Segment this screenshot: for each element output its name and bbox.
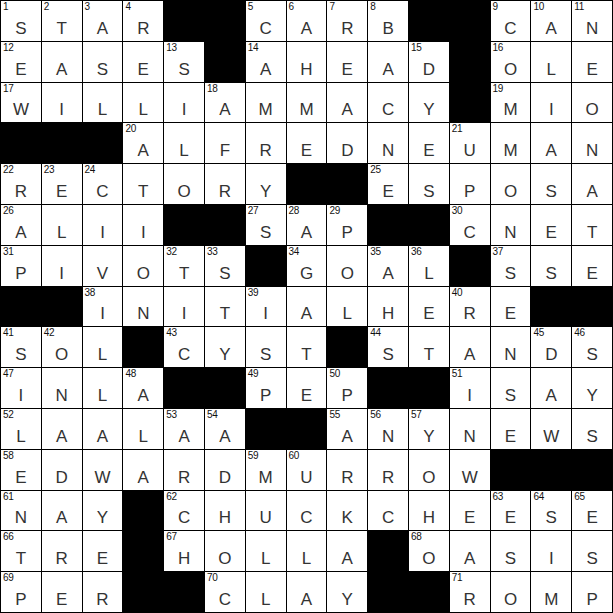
letter-cell[interactable]: A <box>450 531 490 571</box>
cell-letter: S <box>409 183 449 200</box>
clue-number: 41 <box>3 327 14 339</box>
clue-number: 36 <box>411 246 422 258</box>
letter-cell[interactable]: 6A <box>287 1 327 41</box>
cell-letter: A <box>287 224 327 241</box>
letter-cell[interactable]: E <box>42 572 82 612</box>
letter-cell[interactable]: R <box>368 450 408 490</box>
cell-letter: S <box>531 183 571 200</box>
letter-cell[interactable]: O <box>164 164 204 204</box>
clue-number: 66 <box>3 531 14 543</box>
clue-number: 4 <box>125 1 130 13</box>
clue-number: 63 <box>493 491 504 503</box>
letter-cell[interactable]: 57Y <box>409 409 449 449</box>
letter-cell[interactable]: O <box>123 246 163 286</box>
cell-letter: V <box>83 265 123 282</box>
letter-cell[interactable]: V <box>83 246 123 286</box>
letter-cell[interactable]: N <box>491 327 531 367</box>
cell-letter: T <box>205 305 245 322</box>
cell-letter: S <box>572 550 612 567</box>
letter-cell[interactable]: 35A <box>368 246 408 286</box>
cell-letter: E <box>287 142 327 159</box>
letter-cell[interactable]: 45D <box>531 327 571 367</box>
letter-cell[interactable]: O <box>409 450 449 490</box>
letter-cell[interactable]: 29P <box>327 205 367 245</box>
cell-letter: W <box>1 101 41 118</box>
black-cell <box>205 368 245 408</box>
letter-cell[interactable]: 10A <box>531 1 571 41</box>
cell-letter: Y <box>83 509 123 526</box>
clue-number: 67 <box>166 531 177 543</box>
letter-cell[interactable]: 46S <box>572 327 612 367</box>
letter-cell[interactable]: O <box>327 246 367 286</box>
letter-cell[interactable]: T <box>409 327 449 367</box>
letter-cell[interactable]: D <box>205 450 245 490</box>
letter-cell[interactable]: A <box>450 327 490 367</box>
letter-cell[interactable]: E <box>327 42 367 82</box>
letter-cell[interactable]: S <box>531 164 571 204</box>
letter-cell[interactable]: 24C <box>83 164 123 204</box>
letter-cell[interactable]: 18A <box>205 83 245 123</box>
letter-cell[interactable]: E <box>287 368 327 408</box>
letter-cell[interactable]: 8B <box>368 1 408 41</box>
cell-letter: E <box>531 224 571 241</box>
letter-cell[interactable]: 48A <box>123 368 163 408</box>
letter-cell[interactable]: E <box>572 42 612 82</box>
cell-letter: A <box>164 428 204 445</box>
letter-cell[interactable]: M <box>491 123 531 163</box>
letter-cell[interactable]: Y <box>83 491 123 531</box>
letter-cell[interactable]: 69P <box>1 572 41 612</box>
letter-cell[interactable]: 31P <box>1 246 41 286</box>
clue-number: 32 <box>166 246 177 258</box>
letter-cell[interactable]: 41S <box>1 327 41 367</box>
letter-cell[interactable]: 27S <box>246 205 286 245</box>
letter-cell[interactable]: 19M <box>491 83 531 123</box>
letter-cell[interactable]: O <box>205 531 245 571</box>
letter-cell[interactable]: L <box>83 368 123 408</box>
letter-cell[interactable]: P <box>450 164 490 204</box>
letter-cell[interactable]: 11N <box>572 1 612 41</box>
letter-cell[interactable]: E <box>491 287 531 327</box>
letter-cell[interactable]: S <box>572 409 612 449</box>
letter-cell[interactable]: 43C <box>164 327 204 367</box>
letter-cell[interactable]: 63E <box>491 491 531 531</box>
clue-number: 17 <box>3 83 14 95</box>
cell-letter: U <box>450 142 490 159</box>
letter-cell[interactable]: I <box>83 205 123 245</box>
letter-cell[interactable]: 67H <box>164 531 204 571</box>
cell-letter: P <box>246 387 286 404</box>
letter-cell[interactable]: A <box>327 531 367 571</box>
letter-cell[interactable]: C <box>287 491 327 531</box>
letter-cell[interactable]: 28A <box>287 205 327 245</box>
cell-letter: A <box>42 61 82 78</box>
cell-letter: O <box>491 183 531 200</box>
cell-letter: T <box>287 346 327 363</box>
black-cell <box>164 1 204 41</box>
cell-letter: Y <box>327 591 367 608</box>
black-cell <box>205 205 245 245</box>
cell-letter: P <box>1 265 41 282</box>
clue-number: 60 <box>289 450 300 462</box>
letter-cell[interactable]: M <box>287 83 327 123</box>
letter-cell[interactable]: R <box>164 450 204 490</box>
clue-number: 24 <box>85 164 96 176</box>
letter-cell[interactable]: E <box>83 531 123 571</box>
letter-cell[interactable]: Y <box>327 572 367 612</box>
clue-number: 23 <box>44 164 55 176</box>
cell-letter: M <box>491 142 531 159</box>
clue-number: 8 <box>370 1 375 13</box>
letter-cell[interactable]: U <box>246 491 286 531</box>
black-cell <box>123 531 163 571</box>
black-cell <box>491 450 531 490</box>
letter-cell[interactable]: E <box>409 123 449 163</box>
letter-cell[interactable]: H <box>287 42 327 82</box>
letter-cell[interactable]: 53A <box>164 409 204 449</box>
letter-cell[interactable]: 20A <box>123 123 163 163</box>
clue-number: 49 <box>248 368 259 380</box>
letter-cell[interactable]: 54A <box>205 409 245 449</box>
cell-letter: D <box>42 469 82 486</box>
letter-cell[interactable]: A <box>531 123 571 163</box>
black-cell <box>450 1 490 41</box>
letter-cell[interactable]: 68O <box>409 531 449 571</box>
black-cell <box>450 246 490 286</box>
cell-letter: L <box>409 265 449 282</box>
cell-letter: N <box>450 428 490 445</box>
cell-letter: C <box>246 20 286 37</box>
letter-cell[interactable]: 23E <box>42 164 82 204</box>
letter-cell[interactable]: W <box>450 450 490 490</box>
letter-cell[interactable]: C <box>368 83 408 123</box>
letter-cell[interactable]: 62C <box>164 491 204 531</box>
letter-cell[interactable]: 71R <box>450 572 490 612</box>
letter-cell[interactable]: 3A <box>83 1 123 41</box>
cell-letter: I <box>42 265 82 282</box>
cell-letter: A <box>368 61 408 78</box>
cell-letter: S <box>205 265 245 282</box>
letter-cell[interactable]: 7R <box>327 1 367 41</box>
clue-number: 2 <box>44 1 49 13</box>
cell-letter: U <box>287 469 327 486</box>
cell-letter: D <box>531 346 571 363</box>
clue-number: 15 <box>411 42 422 54</box>
cell-letter: T <box>572 224 612 241</box>
letter-cell[interactable]: T <box>572 205 612 245</box>
letter-cell[interactable]: W <box>83 450 123 490</box>
letter-cell[interactable]: K <box>327 491 367 531</box>
cell-letter: C <box>164 346 204 363</box>
letter-cell[interactable]: E <box>409 287 449 327</box>
letter-cell[interactable]: E <box>450 491 490 531</box>
letter-cell[interactable]: 61N <box>1 491 41 531</box>
letter-cell[interactable]: 52L <box>1 409 41 449</box>
clue-number: 57 <box>411 409 422 421</box>
clue-number: 34 <box>289 246 300 258</box>
letter-cell[interactable]: I <box>531 531 571 571</box>
letter-cell[interactable]: A <box>83 409 123 449</box>
letter-cell[interactable]: P <box>572 572 612 612</box>
cell-letter: A <box>572 183 612 200</box>
letter-cell[interactable]: 59M <box>246 450 286 490</box>
clue-number: 16 <box>493 42 504 54</box>
letter-cell[interactable]: 12E <box>1 42 41 82</box>
letter-cell[interactable]: L <box>531 42 571 82</box>
cell-letter: I <box>450 387 490 404</box>
black-cell <box>123 491 163 531</box>
letter-cell[interactable]: L <box>287 531 327 571</box>
letter-cell[interactable]: 9C <box>491 1 531 41</box>
letter-cell[interactable]: R <box>205 164 245 204</box>
cell-letter: L <box>83 387 123 404</box>
letter-cell[interactable]: W <box>531 409 571 449</box>
crossword-board: 1S2T3A4R5C6A7R8B9C10A11N12EASE13S14AHEA1… <box>0 0 613 613</box>
letter-cell[interactable]: Y <box>205 327 245 367</box>
letter-cell[interactable]: 60U <box>287 450 327 490</box>
black-cell <box>164 205 204 245</box>
letter-cell[interactable]: 26A <box>1 205 41 245</box>
letter-cell[interactable]: S <box>572 531 612 571</box>
cell-letter: A <box>83 20 123 37</box>
letter-cell[interactable]: T <box>287 327 327 367</box>
cell-letter: S <box>491 265 531 282</box>
letter-cell[interactable]: 42O <box>42 327 82 367</box>
letter-cell[interactable]: S <box>491 531 531 571</box>
clue-number: 33 <box>207 246 218 258</box>
letter-cell[interactable]: L <box>123 83 163 123</box>
letter-cell[interactable]: T <box>123 164 163 204</box>
cell-letter: L <box>123 428 163 445</box>
cell-letter: I <box>164 101 204 118</box>
letter-cell[interactable]: A <box>287 572 327 612</box>
cell-letter: U <box>246 509 286 526</box>
clue-number: 37 <box>493 246 504 258</box>
letter-cell[interactable]: 22R <box>1 164 41 204</box>
cell-letter: Y <box>246 183 286 200</box>
letter-cell[interactable]: 13S <box>164 42 204 82</box>
letter-cell[interactable]: 5C <box>246 1 286 41</box>
letter-cell[interactable]: M <box>246 83 286 123</box>
clue-number: 31 <box>3 246 14 258</box>
cell-letter: R <box>246 142 286 159</box>
cell-letter: I <box>123 224 163 241</box>
cell-letter: O <box>409 550 449 567</box>
cell-letter: L <box>123 101 163 118</box>
letter-cell[interactable]: N <box>123 287 163 327</box>
letter-cell[interactable]: L <box>246 531 286 571</box>
cell-letter: N <box>42 387 82 404</box>
letter-cell[interactable]: A <box>42 42 82 82</box>
letter-cell[interactable]: H <box>409 491 449 531</box>
letter-cell[interactable]: I <box>164 287 204 327</box>
letter-cell[interactable]: A <box>368 42 408 82</box>
letter-cell[interactable]: I <box>531 83 571 123</box>
letter-cell[interactable]: 39I <box>246 287 286 327</box>
clue-number: 6 <box>289 1 294 13</box>
letter-cell[interactable]: 38I <box>83 287 123 327</box>
letter-cell[interactable]: 56N <box>368 409 408 449</box>
letter-cell[interactable]: 37S <box>491 246 531 286</box>
letter-cell[interactable]: H <box>205 491 245 531</box>
letter-cell[interactable]: 32T <box>164 246 204 286</box>
cell-letter: O <box>491 591 531 608</box>
letter-cell[interactable]: 65E <box>572 491 612 531</box>
letter-cell[interactable]: F <box>205 123 245 163</box>
letter-cell[interactable]: N <box>450 409 490 449</box>
clue-number: 35 <box>370 246 381 258</box>
letter-cell[interactable]: 21U <box>450 123 490 163</box>
black-cell <box>164 368 204 408</box>
letter-cell[interactable]: Y <box>409 83 449 123</box>
letter-cell[interactable]: L <box>327 287 367 327</box>
letter-cell[interactable]: 1S <box>1 1 41 41</box>
letter-cell[interactable]: A <box>287 287 327 327</box>
letter-cell[interactable]: 70C <box>205 572 245 612</box>
cell-letter: A <box>123 142 163 159</box>
clue-number: 70 <box>207 572 218 584</box>
letter-cell[interactable]: 50P <box>327 368 367 408</box>
letter-cell[interactable]: 51I <box>450 368 490 408</box>
letter-cell[interactable]: 44S <box>368 327 408 367</box>
cell-letter: S <box>246 224 286 241</box>
letter-cell[interactable]: D <box>327 123 367 163</box>
letter-cell[interactable]: S <box>246 327 286 367</box>
letter-cell[interactable]: R <box>246 123 286 163</box>
letter-cell[interactable]: L <box>164 123 204 163</box>
letter-cell[interactable]: 55A <box>327 409 367 449</box>
cell-letter: C <box>205 591 245 608</box>
letter-cell[interactable]: R <box>327 450 367 490</box>
cell-letter: R <box>205 183 245 200</box>
letter-cell[interactable]: 25E <box>368 164 408 204</box>
letter-cell[interactable]: I <box>123 205 163 245</box>
clue-number: 59 <box>248 450 259 462</box>
clue-number: 71 <box>452 572 463 584</box>
letter-cell[interactable]: 33S <box>205 246 245 286</box>
letter-cell[interactable]: I <box>164 83 204 123</box>
cell-letter: E <box>123 61 163 78</box>
letter-cell[interactable]: S <box>491 368 531 408</box>
letter-cell[interactable]: 36L <box>409 246 449 286</box>
cell-letter: E <box>572 61 612 78</box>
letter-cell[interactable]: I <box>42 83 82 123</box>
letter-cell[interactable]: 64S <box>531 491 571 531</box>
letter-cell[interactable]: 30C <box>450 205 490 245</box>
letter-cell[interactable]: 14A <box>246 42 286 82</box>
clue-number: 65 <box>574 491 585 503</box>
letter-cell[interactable]: I <box>42 246 82 286</box>
cell-letter: M <box>246 101 286 118</box>
letter-cell[interactable]: N <box>368 123 408 163</box>
cell-letter: C <box>83 183 123 200</box>
letter-cell[interactable]: E <box>572 246 612 286</box>
letter-cell[interactable]: N <box>572 123 612 163</box>
cell-letter: N <box>368 142 408 159</box>
cell-letter: L <box>83 346 123 363</box>
letter-cell[interactable]: E <box>287 123 327 163</box>
letter-cell[interactable]: Y <box>246 164 286 204</box>
cell-letter: O <box>123 265 163 282</box>
letter-cell[interactable]: 49P <box>246 368 286 408</box>
letter-cell[interactable]: 17W <box>1 83 41 123</box>
cell-letter: E <box>572 509 612 526</box>
letter-cell[interactable]: A <box>42 409 82 449</box>
letter-cell[interactable]: N <box>42 368 82 408</box>
letter-cell[interactable]: R <box>83 572 123 612</box>
letter-cell[interactable]: A <box>531 368 571 408</box>
letter-cell[interactable]: 16O <box>491 42 531 82</box>
black-cell <box>287 409 327 449</box>
letter-cell[interactable]: S <box>409 164 449 204</box>
cell-letter: A <box>246 61 286 78</box>
letter-cell[interactable]: L <box>83 83 123 123</box>
letter-cell[interactable]: L <box>42 205 82 245</box>
letter-cell[interactable]: 40R <box>450 287 490 327</box>
letter-cell[interactable]: N <box>491 205 531 245</box>
letter-cell[interactable]: 47I <box>1 368 41 408</box>
letter-cell[interactable]: 66T <box>1 531 41 571</box>
letter-cell[interactable]: A <box>572 164 612 204</box>
black-cell <box>42 287 82 327</box>
letter-cell[interactable]: 34G <box>287 246 327 286</box>
letter-cell[interactable]: S <box>531 246 571 286</box>
letter-cell[interactable]: A <box>42 491 82 531</box>
letter-cell[interactable]: A <box>327 83 367 123</box>
letter-cell[interactable]: L <box>83 327 123 367</box>
black-cell <box>531 287 571 327</box>
black-cell <box>572 450 612 490</box>
cell-letter: A <box>368 265 408 282</box>
letter-cell[interactable]: Y <box>572 368 612 408</box>
letter-cell[interactable]: A <box>123 450 163 490</box>
cell-letter: E <box>287 387 327 404</box>
letter-cell[interactable]: L <box>246 572 286 612</box>
letter-cell[interactable]: H <box>368 287 408 327</box>
cell-letter: R <box>327 20 367 37</box>
letter-cell[interactable]: E <box>491 409 531 449</box>
letter-cell[interactable]: S <box>83 42 123 82</box>
letter-cell[interactable]: O <box>491 572 531 612</box>
letter-cell[interactable]: M <box>531 572 571 612</box>
letter-cell[interactable]: T <box>205 287 245 327</box>
black-cell <box>1 123 41 163</box>
letter-cell[interactable]: R <box>42 531 82 571</box>
black-cell <box>368 572 408 612</box>
letter-cell[interactable]: D <box>42 450 82 490</box>
letter-cell[interactable]: 15D <box>409 42 449 82</box>
letter-cell[interactable]: E <box>531 205 571 245</box>
cell-letter: A <box>1 224 41 241</box>
cell-letter: C <box>164 509 204 526</box>
clue-number: 9 <box>493 1 498 13</box>
letter-cell[interactable]: 2T <box>42 1 82 41</box>
letter-cell[interactable]: E <box>123 42 163 82</box>
black-cell <box>246 409 286 449</box>
clue-number: 56 <box>370 409 381 421</box>
letter-cell[interactable]: O <box>572 83 612 123</box>
letter-cell[interactable]: L <box>123 409 163 449</box>
letter-cell[interactable]: 58E <box>1 450 41 490</box>
cell-letter: R <box>1 183 41 200</box>
cell-letter: S <box>1 20 41 37</box>
cell-letter: T <box>164 265 204 282</box>
letter-cell[interactable]: C <box>368 491 408 531</box>
cell-letter: P <box>572 591 612 608</box>
letter-cell[interactable]: O <box>491 164 531 204</box>
letter-cell[interactable]: 4R <box>123 1 163 41</box>
cell-letter: H <box>409 509 449 526</box>
